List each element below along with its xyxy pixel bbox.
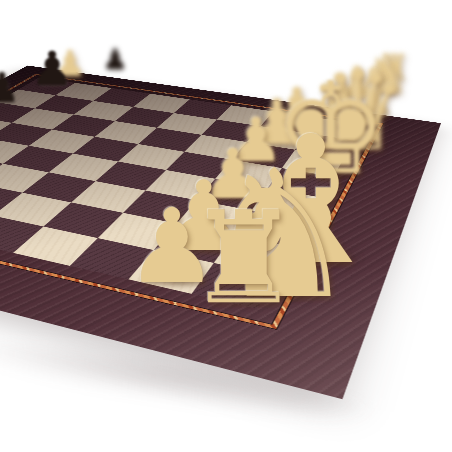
white-rook[interactable]: ♜ [187,195,301,322]
black-pawn[interactable]: ♟ [102,46,127,74]
black-pawn[interactable]: ♟ [0,68,20,109]
photo-stage: ♟♟♜♟♞♟♟♟♝♟♟♛♟♚♟♟♝♟♞♜ [0,0,452,452]
black-pawn[interactable]: ♟ [31,45,73,92]
